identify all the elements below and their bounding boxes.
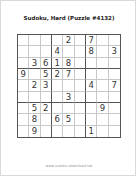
page: Sudoku, Hard (Puzzle #4132) 274833618952… [0,0,136,176]
cell-r5c8 [97,80,108,91]
cell-r8c5: 5 [63,114,74,125]
cell-r3c1 [18,58,29,69]
cell-r7c7 [86,103,97,114]
cell-r4c5: 7 [63,69,74,80]
cell-r9c4 [52,126,63,137]
cell-r3c7 [86,58,97,69]
cell-r8c3 [41,114,52,125]
cell-r2c5 [63,46,74,57]
cell-r8c6 [75,114,86,125]
cell-r1c3 [41,35,52,46]
cell-r2c6 [75,46,86,57]
cell-r6c9 [109,92,120,103]
cell-r2c4: 4 [52,46,63,57]
cell-r1c9 [109,35,120,46]
cell-r5c2: 2 [29,80,40,91]
footer-url: www.sudoku-download.net [1,164,136,168]
cell-r2c9: 3 [109,46,120,57]
cell-r1c4 [52,35,63,46]
cell-r7c2: 5 [29,103,40,114]
cell-r8c2: 8 [29,114,40,125]
cell-r6c8 [97,92,108,103]
puzzle-title: Sudoku, Hard (Puzzle #4132) [1,15,136,21]
cell-r3c6 [75,58,86,69]
cell-r2c8 [97,46,108,57]
cell-r1c5: 2 [63,35,74,46]
cell-r6c5: 3 [63,92,74,103]
cell-r3c2: 3 [29,58,40,69]
cell-r9c9 [109,126,120,137]
cell-r7c4 [52,103,63,114]
cell-r2c7: 8 [86,46,97,57]
cell-r1c1 [18,35,29,46]
cell-r4c9 [109,69,120,80]
cell-r3c3: 6 [41,58,52,69]
cell-r9c3 [41,126,52,137]
cell-r4c3: 5 [41,69,52,80]
cell-r1c7: 7 [86,35,97,46]
cell-r2c2 [29,46,40,57]
cell-r7c3: 2 [41,103,52,114]
cell-r6c6 [75,92,86,103]
cell-r8c1 [18,114,29,125]
cell-r6c4 [52,92,63,103]
cell-r7c1 [18,103,29,114]
cell-r6c2 [29,92,40,103]
cell-r9c5 [63,126,74,137]
cell-r3c5: 8 [63,58,74,69]
cell-r9c1 [18,126,29,137]
cell-r9c7: 1 [86,126,97,137]
cell-r3c8 [97,58,108,69]
cell-r9c6 [75,126,86,137]
cell-r4c8 [97,69,108,80]
cell-r5c9: 7 [109,80,120,91]
cell-r8c9 [109,114,120,125]
cell-r7c8: 9 [97,103,108,114]
cell-r1c8 [97,35,108,46]
cell-r4c2 [29,69,40,80]
cell-r7c9 [109,103,120,114]
cell-r3c9 [109,58,120,69]
cell-r2c3 [41,46,52,57]
cell-r5c4 [52,80,63,91]
cell-r6c1 [18,92,29,103]
cell-r7c5 [63,103,74,114]
cell-r5c7: 4 [86,80,97,91]
cell-r2c1 [18,46,29,57]
sudoku-board: 27483361895272347352986591 [17,34,121,138]
cell-r1c2 [29,35,40,46]
cell-r6c3 [41,92,52,103]
cell-r7c6 [75,103,86,114]
cell-r6c7 [86,92,97,103]
cell-r4c1: 9 [18,69,29,80]
cell-r5c5 [63,80,74,91]
cell-r8c4: 6 [52,114,63,125]
cell-r9c8 [97,126,108,137]
cell-r1c6 [75,35,86,46]
cell-r5c1 [18,80,29,91]
cell-r5c3: 3 [41,80,52,91]
cell-r4c4: 2 [52,69,63,80]
cell-r9c2: 9 [29,126,40,137]
cell-r5c6 [75,80,86,91]
cell-r8c7 [86,114,97,125]
cell-r4c7 [86,69,97,80]
cell-r4c6 [75,69,86,80]
cell-r8c8 [97,114,108,125]
cell-r3c4: 1 [52,58,63,69]
